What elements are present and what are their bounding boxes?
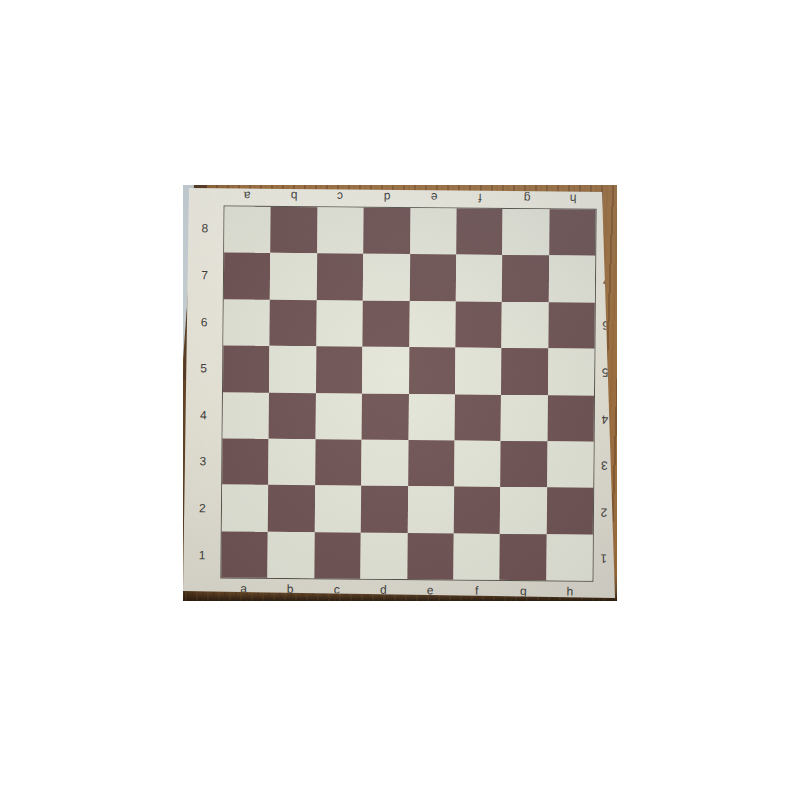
rank-labels-left: 87654321 <box>183 205 223 578</box>
square-b6[interactable] <box>270 300 317 347</box>
top-coordinate-label-g: g <box>503 188 550 208</box>
square-c2[interactable] <box>315 486 362 533</box>
square-g4[interactable] <box>501 394 548 441</box>
square-d6[interactable] <box>363 300 410 347</box>
left-coordinate-label-8: 8 <box>186 205 223 252</box>
square-c7[interactable] <box>317 254 364 301</box>
file-labels-top: abcdefgh <box>224 185 597 208</box>
square-f5[interactable] <box>455 348 502 395</box>
right-coordinate-label-5: 5 <box>595 349 615 396</box>
square-c6[interactable] <box>316 300 363 347</box>
square-f2[interactable] <box>454 487 501 534</box>
square-b2[interactable] <box>268 485 315 532</box>
square-e4[interactable] <box>408 394 455 441</box>
right-coordinate-label-1: 1 <box>593 535 613 582</box>
square-b4[interactable] <box>269 392 316 439</box>
square-c8[interactable] <box>317 207 364 254</box>
square-d5[interactable] <box>362 347 409 394</box>
square-e2[interactable] <box>407 486 454 533</box>
right-coordinate-label-7: 7 <box>596 255 616 302</box>
square-h6[interactable] <box>548 302 595 349</box>
square-a2[interactable] <box>222 485 269 532</box>
square-f6[interactable] <box>455 301 502 348</box>
square-g8[interactable] <box>502 209 549 256</box>
square-f1[interactable] <box>453 533 500 580</box>
square-h2[interactable] <box>546 488 593 535</box>
right-coordinate-label-4: 4 <box>595 395 615 442</box>
board-layout: abcdefgh 87654321 87654321 abcdefgh <box>183 185 617 601</box>
square-g7[interactable] <box>502 255 549 302</box>
square-f8[interactable] <box>456 208 503 255</box>
square-a6[interactable] <box>223 299 270 346</box>
square-h1[interactable] <box>546 534 593 581</box>
square-c5[interactable] <box>316 346 363 393</box>
right-coordinate-label-6: 6 <box>595 302 615 349</box>
square-h3[interactable] <box>547 441 594 488</box>
square-g1[interactable] <box>500 534 547 581</box>
square-b7[interactable] <box>270 253 317 300</box>
bottom-coordinate-label-b: b <box>267 579 314 598</box>
square-h4[interactable] <box>547 395 594 442</box>
bottom-coordinate-label-e: e <box>407 580 454 599</box>
top-coordinate-label-h: h <box>550 188 597 208</box>
square-g2[interactable] <box>500 487 547 534</box>
square-a1[interactable] <box>221 531 268 578</box>
bottom-coordinate-label-g: g <box>500 581 547 600</box>
square-d8[interactable] <box>363 208 410 255</box>
square-h8[interactable] <box>549 209 596 256</box>
left-coordinate-label-2: 2 <box>184 485 221 532</box>
top-coordinate-label-b: b <box>270 186 317 206</box>
square-e3[interactable] <box>408 440 455 487</box>
square-a4[interactable] <box>223 392 270 439</box>
square-e5[interactable] <box>408 347 455 394</box>
square-a5[interactable] <box>223 346 270 393</box>
right-coordinate-label-8: 8 <box>596 209 616 256</box>
square-e6[interactable] <box>409 301 456 348</box>
square-a7[interactable] <box>224 253 271 300</box>
chessboard-mat: abcdefgh 87654321 87654321 abcdefgh <box>183 185 617 601</box>
top-coordinate-label-a: a <box>224 185 271 205</box>
square-d2[interactable] <box>361 486 408 533</box>
square-f3[interactable] <box>454 440 501 487</box>
right-coordinate-label-3: 3 <box>594 442 614 489</box>
chess-board <box>220 205 596 581</box>
square-b5[interactable] <box>269 346 316 393</box>
bottom-coordinate-label-d: d <box>360 580 407 599</box>
square-f7[interactable] <box>456 255 503 302</box>
square-h7[interactable] <box>548 256 595 303</box>
bottom-coordinate-label-f: f <box>453 580 500 599</box>
square-e8[interactable] <box>410 208 457 255</box>
square-e1[interactable] <box>407 533 454 580</box>
square-b8[interactable] <box>271 207 318 254</box>
right-coordinate-label-2: 2 <box>594 488 614 535</box>
square-d7[interactable] <box>363 254 410 301</box>
square-a3[interactable] <box>222 438 269 485</box>
square-d4[interactable] <box>362 393 409 440</box>
square-g3[interactable] <box>500 441 547 488</box>
left-coordinate-label-3: 3 <box>184 438 221 485</box>
square-a8[interactable] <box>224 206 271 253</box>
top-coordinate-label-f: f <box>457 187 504 207</box>
top-coordinate-label-e: e <box>410 187 457 207</box>
left-coordinate-label-7: 7 <box>186 252 223 299</box>
square-e7[interactable] <box>409 254 456 301</box>
square-f4[interactable] <box>454 394 501 441</box>
square-d3[interactable] <box>361 440 408 487</box>
square-c4[interactable] <box>315 393 362 440</box>
file-labels-bottom: abcdefgh <box>220 578 593 600</box>
left-coordinate-label-4: 4 <box>185 392 222 439</box>
bottom-coordinate-label-a: a <box>220 578 267 597</box>
left-coordinate-label-5: 5 <box>185 345 222 392</box>
left-coordinate-label-6: 6 <box>185 298 222 345</box>
left-coordinate-label-1: 1 <box>183 531 220 578</box>
square-g5[interactable] <box>501 348 548 395</box>
square-g6[interactable] <box>502 302 549 349</box>
top-coordinate-label-d: d <box>363 187 410 207</box>
board-photo: abcdefgh 87654321 87654321 abcdefgh <box>183 185 617 601</box>
square-c1[interactable] <box>314 532 361 579</box>
bottom-coordinate-label-h: h <box>547 581 594 600</box>
top-coordinate-label-c: c <box>317 186 364 206</box>
bottom-coordinate-label-c: c <box>313 579 360 598</box>
rank-labels-right: 87654321 <box>593 209 616 582</box>
square-c3[interactable] <box>315 439 362 486</box>
square-b3[interactable] <box>269 439 316 486</box>
square-b1[interactable] <box>268 531 315 578</box>
square-h5[interactable] <box>548 348 595 395</box>
square-d1[interactable] <box>361 532 408 579</box>
